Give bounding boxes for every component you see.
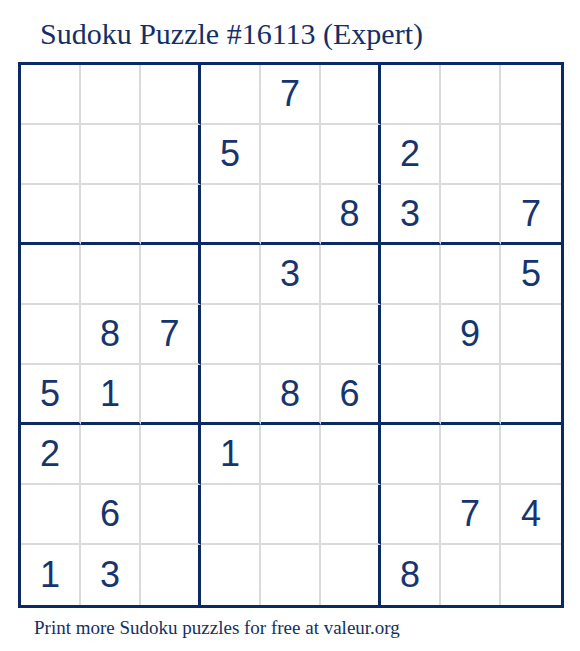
cell-r4c1[interactable] (21, 245, 81, 305)
cell-r9c9[interactable] (501, 545, 561, 605)
cell-r5c8[interactable]: 9 (441, 305, 501, 365)
cell-r9c3[interactable] (141, 545, 201, 605)
cell-r5c5[interactable] (261, 305, 321, 365)
cell-r1c6[interactable] (321, 65, 381, 125)
cell-r9c5[interactable] (261, 545, 321, 605)
cell-r1c7[interactable] (381, 65, 441, 125)
cell-r5c6[interactable] (321, 305, 381, 365)
cell-r4c8[interactable] (441, 245, 501, 305)
cell-r5c4[interactable] (201, 305, 261, 365)
cell-r3c1[interactable] (21, 185, 81, 245)
cell-r1c5[interactable]: 7 (261, 65, 321, 125)
cell-r6c8[interactable] (441, 365, 501, 425)
cell-r6c3[interactable] (141, 365, 201, 425)
cell-r8c9[interactable]: 4 (501, 485, 561, 545)
cell-r5c1[interactable] (21, 305, 81, 365)
cell-r4c2[interactable] (81, 245, 141, 305)
cell-r9c6[interactable] (321, 545, 381, 605)
cell-r3c5[interactable] (261, 185, 321, 245)
cell-r4c4[interactable] (201, 245, 261, 305)
cell-r3c3[interactable] (141, 185, 201, 245)
cell-r3c6[interactable]: 8 (321, 185, 381, 245)
cell-r9c4[interactable] (201, 545, 261, 605)
cell-r4c7[interactable] (381, 245, 441, 305)
page-title: Sudoku Puzzle #16113 (Expert) (40, 17, 423, 51)
cell-r8c8[interactable]: 7 (441, 485, 501, 545)
cell-r7c1[interactable]: 2 (21, 425, 81, 485)
cell-r1c8[interactable] (441, 65, 501, 125)
cell-r8c3[interactable] (141, 485, 201, 545)
cell-r1c3[interactable] (141, 65, 201, 125)
cell-r6c5[interactable]: 8 (261, 365, 321, 425)
cell-r2c5[interactable] (261, 125, 321, 185)
cell-r2c6[interactable] (321, 125, 381, 185)
cell-r8c6[interactable] (321, 485, 381, 545)
cell-r9c8[interactable] (441, 545, 501, 605)
cell-r4c9[interactable]: 5 (501, 245, 561, 305)
cell-r7c6[interactable] (321, 425, 381, 485)
cell-r8c4[interactable] (201, 485, 261, 545)
cell-r7c7[interactable] (381, 425, 441, 485)
cell-r5c9[interactable] (501, 305, 561, 365)
cell-r8c7[interactable] (381, 485, 441, 545)
cell-r6c6[interactable]: 6 (321, 365, 381, 425)
cell-r1c4[interactable] (201, 65, 261, 125)
cell-r2c4[interactable]: 5 (201, 125, 261, 185)
cell-r8c1[interactable] (21, 485, 81, 545)
cell-r8c5[interactable] (261, 485, 321, 545)
cell-r9c1[interactable]: 1 (21, 545, 81, 605)
cell-r7c3[interactable] (141, 425, 201, 485)
cell-r6c9[interactable] (501, 365, 561, 425)
cell-r4c3[interactable] (141, 245, 201, 305)
cell-r6c1[interactable]: 5 (21, 365, 81, 425)
cell-r3c4[interactable] (201, 185, 261, 245)
cell-r3c8[interactable] (441, 185, 501, 245)
cell-r6c2[interactable]: 1 (81, 365, 141, 425)
cell-r3c2[interactable] (81, 185, 141, 245)
cell-r4c6[interactable] (321, 245, 381, 305)
cell-r2c1[interactable] (21, 125, 81, 185)
cell-r7c4[interactable]: 1 (201, 425, 261, 485)
cell-r1c9[interactable] (501, 65, 561, 125)
cell-r2c3[interactable] (141, 125, 201, 185)
cell-r9c2[interactable]: 3 (81, 545, 141, 605)
cell-r7c2[interactable] (81, 425, 141, 485)
cell-r6c7[interactable] (381, 365, 441, 425)
cell-r7c9[interactable] (501, 425, 561, 485)
cell-r9c7[interactable]: 8 (381, 545, 441, 605)
cell-r7c8[interactable] (441, 425, 501, 485)
cell-r3c7[interactable]: 3 (381, 185, 441, 245)
cell-r5c7[interactable] (381, 305, 441, 365)
cell-r7c5[interactable] (261, 425, 321, 485)
cell-r2c9[interactable] (501, 125, 561, 185)
cell-r5c2[interactable]: 8 (81, 305, 141, 365)
cell-r1c1[interactable] (21, 65, 81, 125)
cell-r1c2[interactable] (81, 65, 141, 125)
footer-text: Print more Sudoku puzzles for free at va… (34, 617, 400, 639)
cell-r3c9[interactable]: 7 (501, 185, 561, 245)
cell-r8c2[interactable]: 6 (81, 485, 141, 545)
cell-r2c7[interactable]: 2 (381, 125, 441, 185)
cell-r6c4[interactable] (201, 365, 261, 425)
sudoku-board: 75283735879518621674138 (18, 62, 564, 608)
cell-r2c8[interactable] (441, 125, 501, 185)
cell-r5c3[interactable]: 7 (141, 305, 201, 365)
cell-r2c2[interactable] (81, 125, 141, 185)
cell-r4c5[interactable]: 3 (261, 245, 321, 305)
